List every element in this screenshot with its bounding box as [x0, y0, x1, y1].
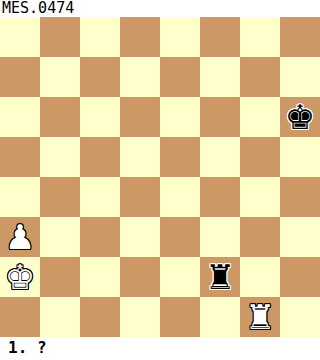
chess-board: ♚♟♚♜♜	[0, 17, 320, 337]
square-b6[interactable]	[40, 97, 80, 137]
square-h6[interactable]: ♚	[280, 97, 320, 137]
square-h2[interactable]	[280, 257, 320, 297]
square-d7[interactable]	[120, 57, 160, 97]
square-f7[interactable]	[200, 57, 240, 97]
square-d3[interactable]	[120, 217, 160, 257]
square-b1[interactable]	[40, 297, 80, 337]
square-c6[interactable]	[80, 97, 120, 137]
square-f6[interactable]	[200, 97, 240, 137]
square-a6[interactable]	[0, 97, 40, 137]
square-a1[interactable]	[0, 297, 40, 337]
square-a8[interactable]	[0, 17, 40, 57]
square-d2[interactable]	[120, 257, 160, 297]
square-e2[interactable]	[160, 257, 200, 297]
square-f2[interactable]: ♜	[200, 257, 240, 297]
square-g6[interactable]	[240, 97, 280, 137]
square-h1[interactable]	[280, 297, 320, 337]
square-f3[interactable]	[200, 217, 240, 257]
square-d8[interactable]	[120, 17, 160, 57]
square-c1[interactable]	[80, 297, 120, 337]
square-c5[interactable]	[80, 137, 120, 177]
square-b7[interactable]	[40, 57, 80, 97]
move-prompt: 1. ?	[0, 337, 320, 360]
square-a7[interactable]	[0, 57, 40, 97]
black-rook-piece[interactable]: ♜	[205, 257, 235, 297]
square-h7[interactable]	[280, 57, 320, 97]
square-h5[interactable]	[280, 137, 320, 177]
square-b5[interactable]	[40, 137, 80, 177]
square-e5[interactable]	[160, 137, 200, 177]
square-g3[interactable]	[240, 217, 280, 257]
square-c8[interactable]	[80, 17, 120, 57]
square-d5[interactable]	[120, 137, 160, 177]
square-c4[interactable]	[80, 177, 120, 217]
square-f8[interactable]	[200, 17, 240, 57]
square-a4[interactable]	[0, 177, 40, 217]
square-f5[interactable]	[200, 137, 240, 177]
square-g5[interactable]	[240, 137, 280, 177]
square-a2[interactable]: ♚	[0, 257, 40, 297]
square-d1[interactable]	[120, 297, 160, 337]
square-h8[interactable]	[280, 17, 320, 57]
square-e7[interactable]	[160, 57, 200, 97]
white-rook-piece[interactable]: ♜	[245, 297, 275, 337]
square-h4[interactable]	[280, 177, 320, 217]
black-king-piece[interactable]: ♚	[285, 97, 315, 137]
square-a5[interactable]	[0, 137, 40, 177]
square-f1[interactable]	[200, 297, 240, 337]
square-h3[interactable]	[280, 217, 320, 257]
square-e6[interactable]	[160, 97, 200, 137]
square-f4[interactable]	[200, 177, 240, 217]
white-pawn-piece[interactable]: ♟	[5, 217, 35, 257]
square-d4[interactable]	[120, 177, 160, 217]
square-e1[interactable]	[160, 297, 200, 337]
square-b3[interactable]	[40, 217, 80, 257]
puzzle-title: MES.0474	[0, 0, 320, 17]
square-g8[interactable]	[240, 17, 280, 57]
square-g7[interactable]	[240, 57, 280, 97]
square-c2[interactable]	[80, 257, 120, 297]
square-g4[interactable]	[240, 177, 280, 217]
square-a3[interactable]: ♟	[0, 217, 40, 257]
square-b4[interactable]	[40, 177, 80, 217]
square-c7[interactable]	[80, 57, 120, 97]
square-e4[interactable]	[160, 177, 200, 217]
square-c3[interactable]	[80, 217, 120, 257]
square-b8[interactable]	[40, 17, 80, 57]
square-g1[interactable]: ♜	[240, 297, 280, 337]
square-e8[interactable]	[160, 17, 200, 57]
square-e3[interactable]	[160, 217, 200, 257]
white-king-piece[interactable]: ♚	[5, 257, 35, 297]
square-g2[interactable]	[240, 257, 280, 297]
square-d6[interactable]	[120, 97, 160, 137]
square-b2[interactable]	[40, 257, 80, 297]
